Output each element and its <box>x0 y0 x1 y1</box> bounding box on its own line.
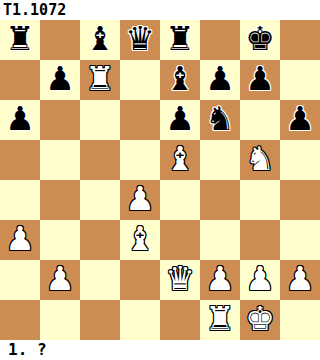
white-bishop-d3: ♝ <box>125 219 155 259</box>
white-bishop-e5: ♝ <box>165 139 195 179</box>
white-pawn-b2: ♟ <box>45 259 75 299</box>
black-pawn-b7: ♟ <box>45 59 75 99</box>
square-a7[interactable] <box>0 60 40 100</box>
square-h1[interactable] <box>280 300 320 340</box>
square-a5[interactable] <box>0 140 40 180</box>
square-h5[interactable] <box>280 140 320 180</box>
square-g2[interactable]: ♟ <box>240 260 280 300</box>
puzzle-id-label: T1.1072 <box>0 0 320 20</box>
square-h7[interactable] <box>280 60 320 100</box>
black-pawn-a6: ♟ <box>5 99 35 139</box>
square-c2[interactable] <box>80 260 120 300</box>
square-e3[interactable] <box>160 220 200 260</box>
white-pawn-d4: ♟ <box>125 179 155 219</box>
square-f7[interactable]: ♟ <box>200 60 240 100</box>
square-f3[interactable] <box>200 220 240 260</box>
black-rook-a8: ♜ <box>5 19 35 59</box>
square-a3[interactable]: ♟ <box>0 220 40 260</box>
square-d2[interactable] <box>120 260 160 300</box>
square-a8[interactable]: ♜ <box>0 20 40 60</box>
square-e5[interactable]: ♝ <box>160 140 200 180</box>
square-c7[interactable]: ♜ <box>80 60 120 100</box>
square-e4[interactable] <box>160 180 200 220</box>
white-rook-f1: ♜ <box>205 299 235 339</box>
square-h3[interactable] <box>280 220 320 260</box>
square-d8[interactable]: ♛ <box>120 20 160 60</box>
square-a1[interactable] <box>0 300 40 340</box>
square-d1[interactable] <box>120 300 160 340</box>
square-b1[interactable] <box>40 300 80 340</box>
square-c3[interactable] <box>80 220 120 260</box>
white-rook-c7: ♜ <box>85 59 115 99</box>
square-c1[interactable] <box>80 300 120 340</box>
black-pawn-e6: ♟ <box>165 99 195 139</box>
square-e1[interactable] <box>160 300 200 340</box>
square-g7[interactable]: ♟ <box>240 60 280 100</box>
square-g1[interactable]: ♚ <box>240 300 280 340</box>
square-h4[interactable] <box>280 180 320 220</box>
square-d7[interactable] <box>120 60 160 100</box>
square-h6[interactable]: ♟ <box>280 100 320 140</box>
black-rook-e8: ♜ <box>165 19 195 59</box>
square-c8[interactable]: ♝ <box>80 20 120 60</box>
square-f5[interactable] <box>200 140 240 180</box>
square-a6[interactable]: ♟ <box>0 100 40 140</box>
square-f1[interactable]: ♜ <box>200 300 240 340</box>
square-b7[interactable]: ♟ <box>40 60 80 100</box>
white-pawn-g2: ♟ <box>245 259 275 299</box>
square-d6[interactable] <box>120 100 160 140</box>
square-h2[interactable]: ♟ <box>280 260 320 300</box>
square-b8[interactable] <box>40 20 80 60</box>
square-b3[interactable] <box>40 220 80 260</box>
black-king-g8: ♚ <box>245 19 275 59</box>
black-knight-f6: ♞ <box>205 99 235 139</box>
square-f4[interactable] <box>200 180 240 220</box>
square-d3[interactable]: ♝ <box>120 220 160 260</box>
square-a4[interactable] <box>0 180 40 220</box>
black-pawn-f7: ♟ <box>205 59 235 99</box>
square-c6[interactable] <box>80 100 120 140</box>
black-bishop-e7: ♝ <box>165 59 195 99</box>
black-bishop-c8: ♝ <box>85 19 115 59</box>
square-h8[interactable] <box>280 20 320 60</box>
square-d4[interactable]: ♟ <box>120 180 160 220</box>
white-pawn-a3: ♟ <box>5 219 35 259</box>
square-c4[interactable] <box>80 180 120 220</box>
square-a2[interactable] <box>0 260 40 300</box>
square-g5[interactable]: ♞ <box>240 140 280 180</box>
square-e7[interactable]: ♝ <box>160 60 200 100</box>
square-e2[interactable]: ♛ <box>160 260 200 300</box>
square-b2[interactable]: ♟ <box>40 260 80 300</box>
square-g6[interactable] <box>240 100 280 140</box>
square-b5[interactable] <box>40 140 80 180</box>
square-g3[interactable] <box>240 220 280 260</box>
move-prompt-label: 1. ? <box>0 340 320 360</box>
white-knight-g5: ♞ <box>245 139 275 179</box>
square-f8[interactable] <box>200 20 240 60</box>
black-pawn-g7: ♟ <box>245 59 275 99</box>
square-f2[interactable]: ♟ <box>200 260 240 300</box>
chess-board: ♜♝♛♜♚♟♜♝♟♟♟♟♞♟♝♞♟♟♝♟♛♟♟♟♜♚ <box>0 20 320 340</box>
white-pawn-h2: ♟ <box>285 259 315 299</box>
square-b6[interactable] <box>40 100 80 140</box>
white-pawn-f2: ♟ <box>205 259 235 299</box>
square-g8[interactable]: ♚ <box>240 20 280 60</box>
chess-diagram: T1.1072 ♜♝♛♜♚♟♜♝♟♟♟♟♞♟♝♞♟♟♝♟♛♟♟♟♜♚ 1. ? <box>0 0 320 360</box>
black-queen-d8: ♛ <box>125 19 155 59</box>
square-e8[interactable]: ♜ <box>160 20 200 60</box>
black-pawn-h6: ♟ <box>285 99 315 139</box>
square-c5[interactable] <box>80 140 120 180</box>
square-d5[interactable] <box>120 140 160 180</box>
square-b4[interactable] <box>40 180 80 220</box>
white-queen-e2: ♛ <box>165 259 195 299</box>
square-g4[interactable] <box>240 180 280 220</box>
square-f6[interactable]: ♞ <box>200 100 240 140</box>
white-king-g1: ♚ <box>245 299 275 339</box>
square-e6[interactable]: ♟ <box>160 100 200 140</box>
